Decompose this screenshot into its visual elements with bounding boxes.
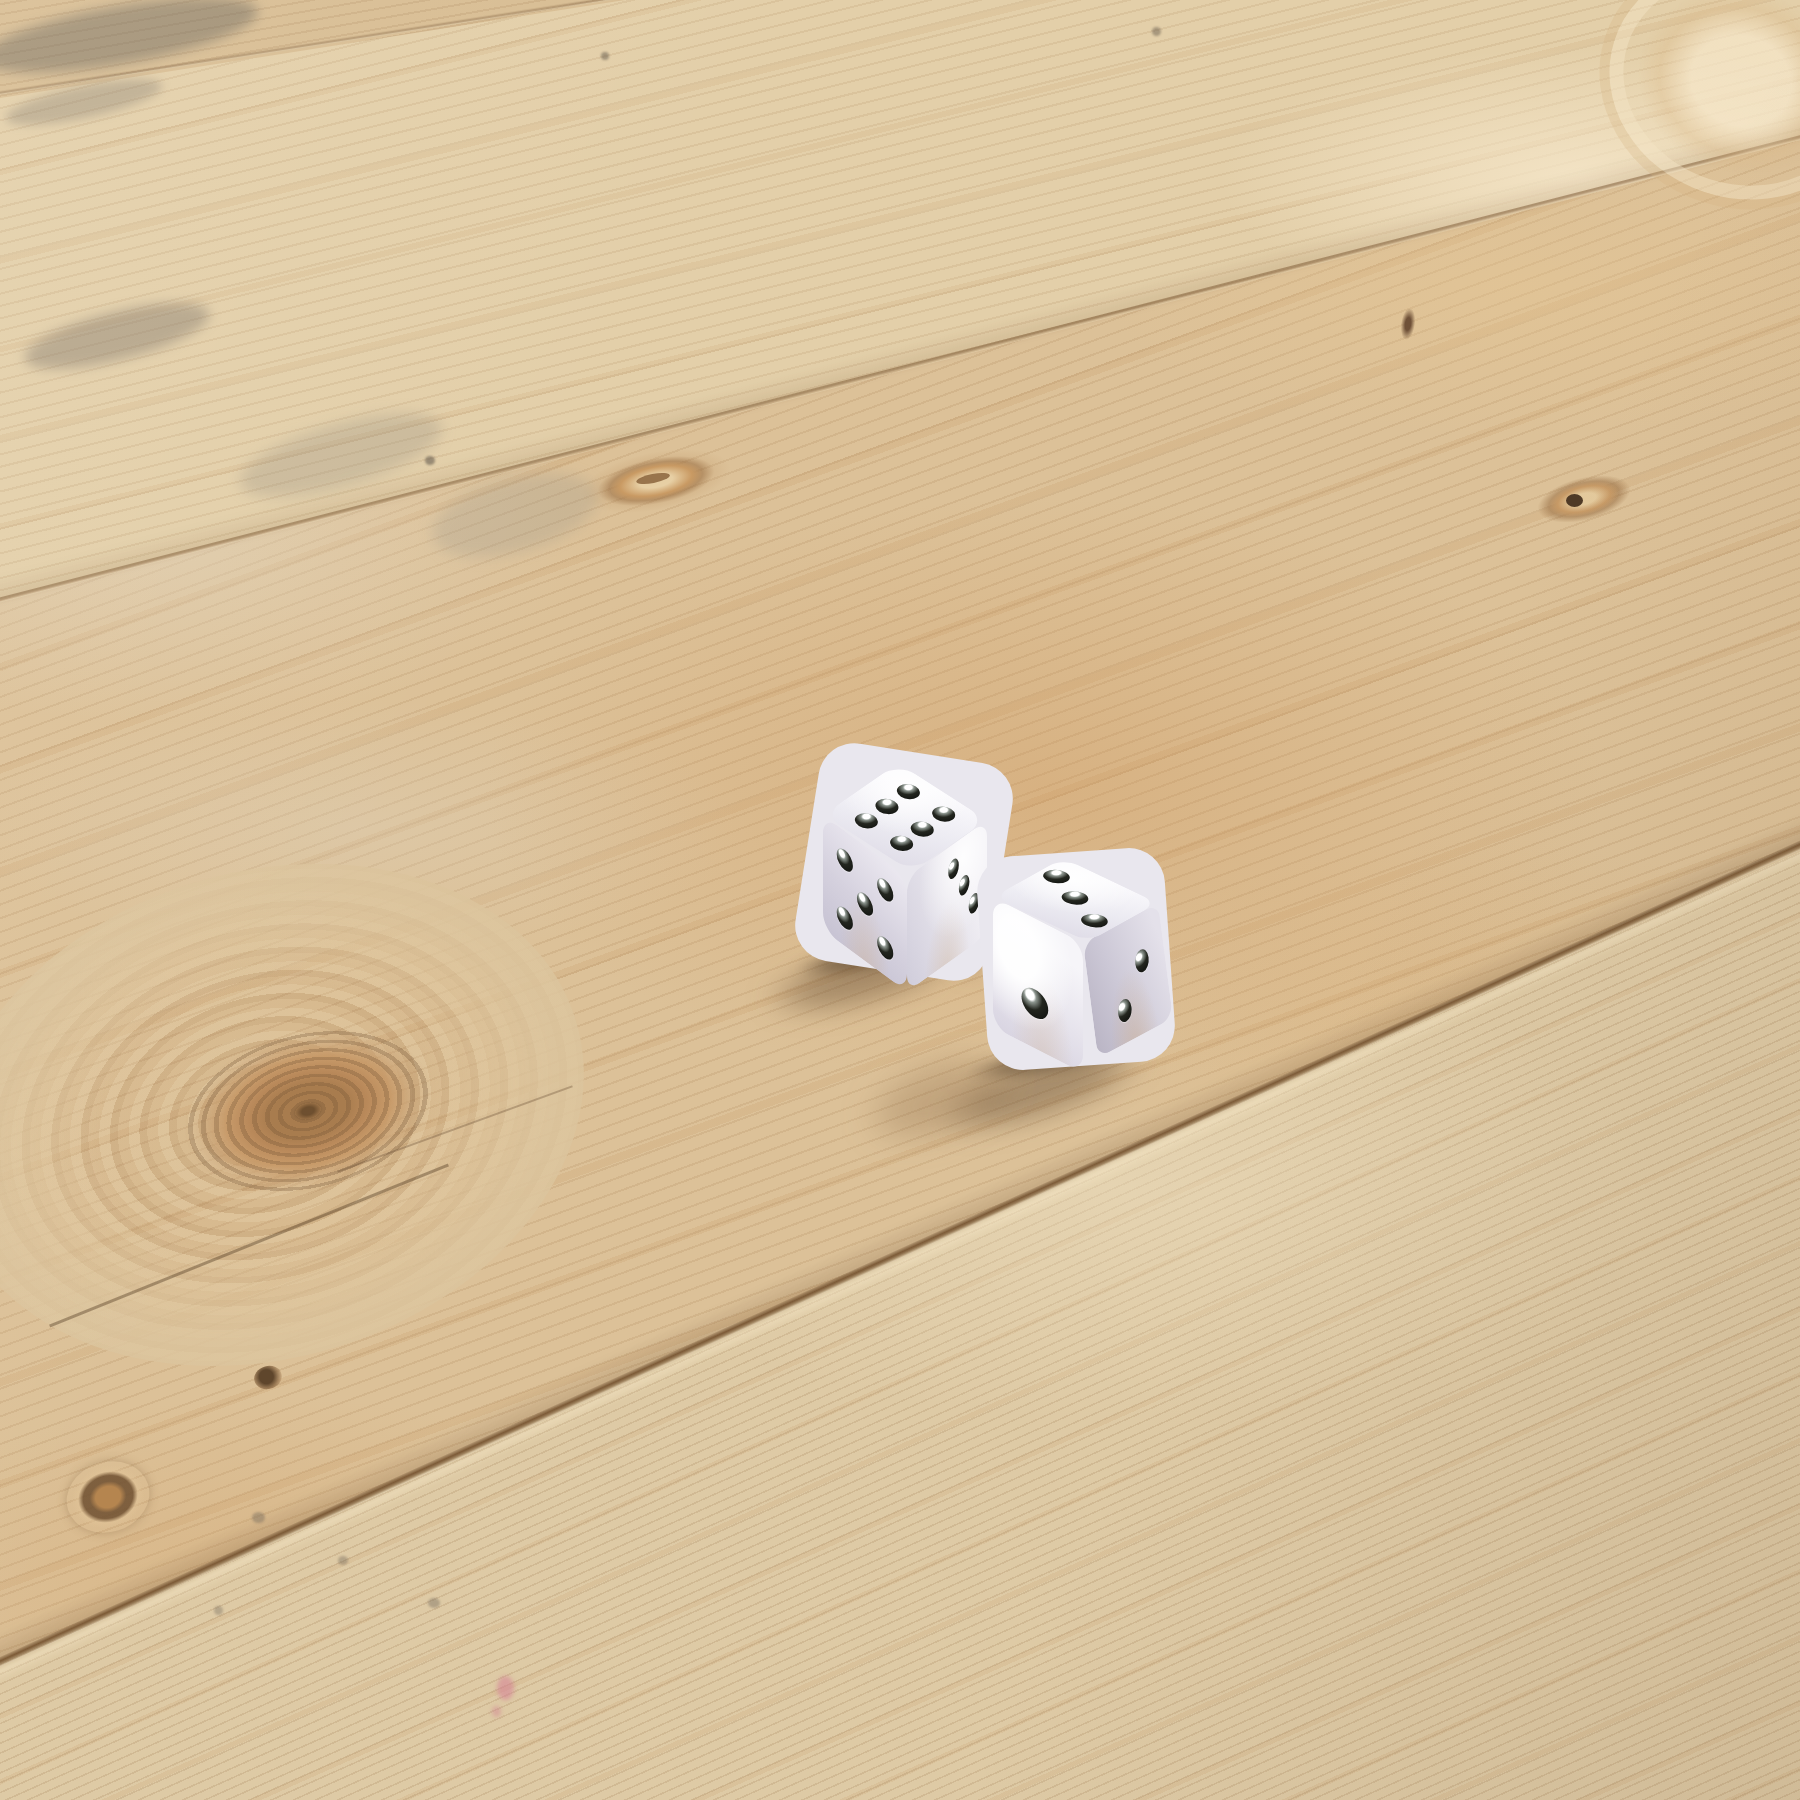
right-die-right-pip (1117, 996, 1133, 1025)
dice-group (0, 0, 1800, 1800)
right-die-front-pip (1022, 982, 1049, 1024)
right-die-top-pip (1076, 911, 1113, 930)
right-die-top-pip (1038, 867, 1075, 886)
right-die (0, 0, 1800, 1800)
right-die-top-pip (1056, 889, 1093, 908)
photo-dice-on-wood-table (0, 0, 1800, 1800)
right-die-right-pip (1133, 946, 1149, 975)
